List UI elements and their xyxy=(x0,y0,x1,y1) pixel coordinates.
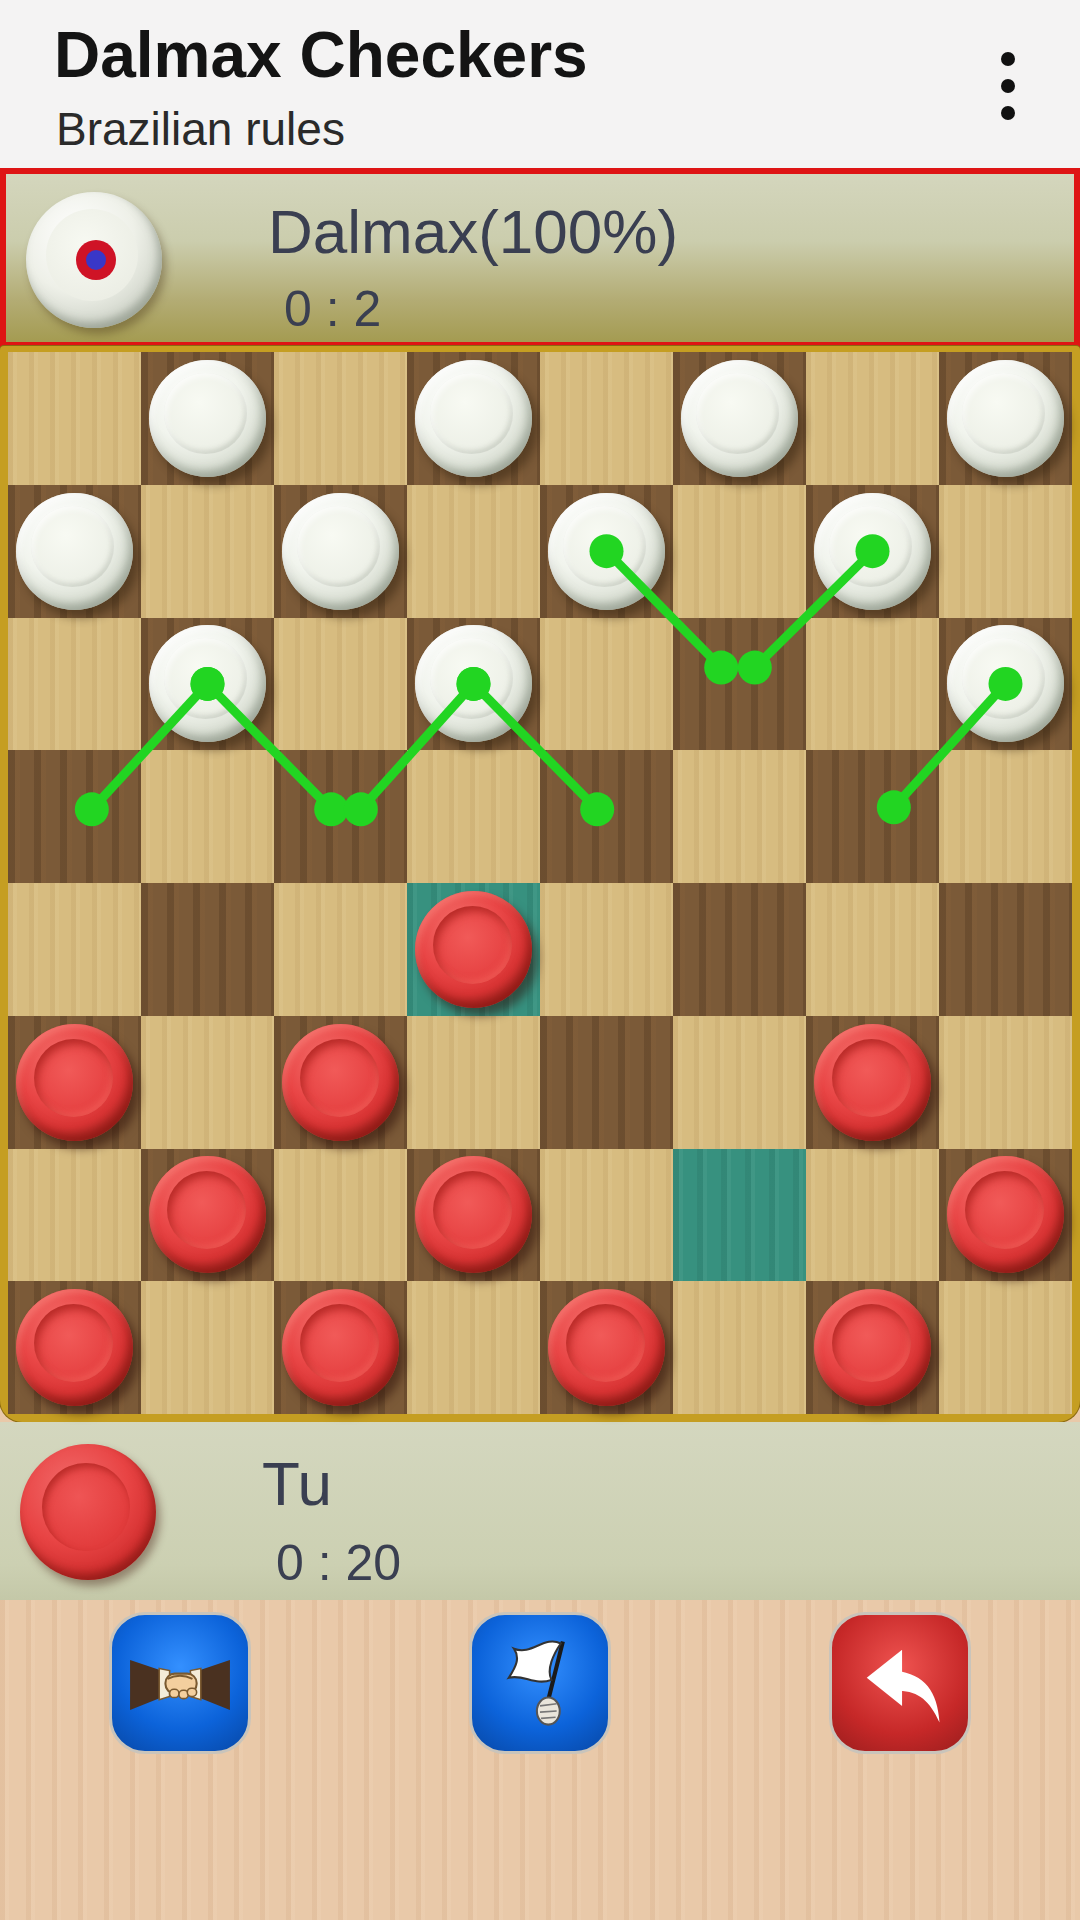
board-square-g3[interactable] xyxy=(806,1016,939,1149)
board-square-h4[interactable] xyxy=(939,883,1072,1016)
board-square-d1[interactable] xyxy=(407,1281,540,1414)
white-piece[interactable] xyxy=(814,493,931,610)
board-square-a1[interactable] xyxy=(8,1281,141,1414)
player-name-top: Dalmax(100%) xyxy=(268,196,678,267)
white-piece[interactable] xyxy=(282,493,399,610)
red-piece[interactable] xyxy=(814,1024,931,1141)
board-square-h2[interactable] xyxy=(939,1149,1072,1282)
board-square-b6[interactable] xyxy=(141,618,274,751)
board-square-h7[interactable] xyxy=(939,485,1072,618)
white-piece[interactable] xyxy=(947,360,1064,477)
board-square-h6[interactable] xyxy=(939,618,1072,751)
board-square-b5[interactable] xyxy=(141,750,274,883)
board-square-h8[interactable] xyxy=(939,352,1072,485)
board-square-g7[interactable] xyxy=(806,485,939,618)
board-square-g6[interactable] xyxy=(806,618,939,751)
board-square-f7[interactable] xyxy=(673,485,806,618)
board-square-a5[interactable] xyxy=(8,750,141,883)
board-square-e2[interactable] xyxy=(540,1149,673,1282)
white-piece[interactable] xyxy=(947,625,1064,742)
board-square-d7[interactable] xyxy=(407,485,540,618)
board-grid xyxy=(8,352,1072,1414)
white-piece[interactable] xyxy=(149,625,266,742)
offer-draw-button[interactable] xyxy=(109,1612,251,1754)
board-square-g8[interactable] xyxy=(806,352,939,485)
board-square-a2[interactable] xyxy=(8,1149,141,1282)
board-square-d6[interactable] xyxy=(407,618,540,751)
white-piece[interactable] xyxy=(681,360,798,477)
board-square-c5[interactable] xyxy=(274,750,407,883)
white-flag-icon xyxy=(488,1631,592,1735)
red-piece[interactable] xyxy=(149,1156,266,1273)
board-square-e5[interactable] xyxy=(540,750,673,883)
board-square-b4[interactable] xyxy=(141,883,274,1016)
player-clock-bottom: 0 : 20 xyxy=(276,1534,401,1592)
board-square-g4[interactable] xyxy=(806,883,939,1016)
board xyxy=(0,346,1080,1422)
overflow-menu-button[interactable] xyxy=(972,40,1044,132)
resign-button[interactable] xyxy=(469,1612,611,1754)
undo-button[interactable] xyxy=(829,1612,971,1754)
board-square-d4[interactable] xyxy=(407,883,540,1016)
screen: Dalmax Checkers Brazilian rules Dalmax(1… xyxy=(0,0,1080,1920)
board-square-a4[interactable] xyxy=(8,883,141,1016)
red-checker-avatar xyxy=(20,1444,156,1580)
handshake-icon xyxy=(128,1631,232,1735)
board-square-e4[interactable] xyxy=(540,883,673,1016)
board-square-c7[interactable] xyxy=(274,485,407,618)
board-square-f4[interactable] xyxy=(673,883,806,1016)
board-square-a6[interactable] xyxy=(8,618,141,751)
thinking-indicator-icon xyxy=(76,240,116,280)
board-square-b3[interactable] xyxy=(141,1016,274,1149)
board-square-b8[interactable] xyxy=(141,352,274,485)
toolbar xyxy=(0,1600,1080,1920)
board-square-h1[interactable] xyxy=(939,1281,1072,1414)
board-square-h3[interactable] xyxy=(939,1016,1072,1149)
white-piece[interactable] xyxy=(415,360,532,477)
board-square-g2[interactable] xyxy=(806,1149,939,1282)
board-square-e1[interactable] xyxy=(540,1281,673,1414)
player-panel-bottom: Tu 0 : 20 xyxy=(0,1422,1080,1600)
white-checker-avatar xyxy=(26,192,162,328)
board-square-e6[interactable] xyxy=(540,618,673,751)
red-piece[interactable] xyxy=(415,891,532,1008)
board-square-d3[interactable] xyxy=(407,1016,540,1149)
red-piece[interactable] xyxy=(282,1289,399,1406)
white-piece[interactable] xyxy=(415,625,532,742)
app-subtitle: Brazilian rules xyxy=(56,102,345,156)
board-square-f8[interactable] xyxy=(673,352,806,485)
board-square-c1[interactable] xyxy=(274,1281,407,1414)
board-square-g5[interactable] xyxy=(806,750,939,883)
board-square-b2[interactable] xyxy=(141,1149,274,1282)
board-square-a7[interactable] xyxy=(8,485,141,618)
white-piece[interactable] xyxy=(16,493,133,610)
board-square-a8[interactable] xyxy=(8,352,141,485)
red-piece[interactable] xyxy=(16,1289,133,1406)
board-square-a3[interactable] xyxy=(8,1016,141,1149)
player-name-bottom: Tu xyxy=(262,1448,332,1519)
board-square-b1[interactable] xyxy=(141,1281,274,1414)
board-square-f1[interactable] xyxy=(673,1281,806,1414)
board-square-f3[interactable] xyxy=(673,1016,806,1149)
board-square-c4[interactable] xyxy=(274,883,407,1016)
white-piece[interactable] xyxy=(149,360,266,477)
board-square-c6[interactable] xyxy=(274,618,407,751)
board-square-b7[interactable] xyxy=(141,485,274,618)
board-square-c8[interactable] xyxy=(274,352,407,485)
red-piece[interactable] xyxy=(814,1289,931,1406)
undo-arrow-icon xyxy=(848,1631,952,1735)
board-square-h5[interactable] xyxy=(939,750,1072,883)
board-square-e7[interactable] xyxy=(540,485,673,618)
board-square-d8[interactable] xyxy=(407,352,540,485)
board-square-g1[interactable] xyxy=(806,1281,939,1414)
app-bar: Dalmax Checkers Brazilian rules xyxy=(0,0,1080,168)
board-square-f5[interactable] xyxy=(673,750,806,883)
player-clock-top: 0 : 2 xyxy=(284,280,381,338)
board-square-d5[interactable] xyxy=(407,750,540,883)
red-piece[interactable] xyxy=(415,1156,532,1273)
app-title: Dalmax Checkers xyxy=(54,18,588,92)
board-square-f6[interactable] xyxy=(673,618,806,751)
board-square-f2[interactable] xyxy=(673,1149,806,1282)
white-piece[interactable] xyxy=(548,493,665,610)
red-piece[interactable] xyxy=(548,1289,665,1406)
red-piece[interactable] xyxy=(947,1156,1064,1273)
board-square-e3[interactable] xyxy=(540,1016,673,1149)
red-piece[interactable] xyxy=(16,1024,133,1141)
board-square-c3[interactable] xyxy=(274,1016,407,1149)
board-square-e8[interactable] xyxy=(540,352,673,485)
board-square-d2[interactable] xyxy=(407,1149,540,1282)
board-square-c2[interactable] xyxy=(274,1149,407,1282)
player-panel-top: Dalmax(100%) 0 : 2 xyxy=(0,168,1080,348)
red-piece[interactable] xyxy=(282,1024,399,1141)
